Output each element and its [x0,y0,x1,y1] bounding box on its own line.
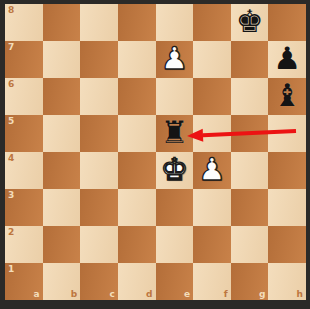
square-e2[interactable] [156,226,194,263]
square-g2[interactable] [231,226,269,263]
black-bishop[interactable]: ♝ [273,80,301,111]
square-f4[interactable]: ♟ [193,152,231,189]
square-d5[interactable] [118,115,156,152]
square-c5[interactable] [80,115,118,152]
file-label-g: g [259,289,265,299]
rank-label-3: 3 [8,190,14,200]
square-h7[interactable]: ♟ [268,41,306,78]
rank-label-7: 7 [8,42,14,52]
square-h2[interactable] [268,226,306,263]
square-a5[interactable]: 5 [5,115,43,152]
white-pawn[interactable]: ♟ [198,154,226,185]
square-e5[interactable]: ♜ [156,115,194,152]
file-label-e: e [184,289,190,299]
square-a1[interactable]: 1a [5,263,43,300]
square-d2[interactable] [118,226,156,263]
square-a8[interactable]: 8 [5,4,43,41]
square-e7[interactable]: ♟ [156,41,194,78]
square-a7[interactable]: 7 [5,41,43,78]
square-c8[interactable] [80,4,118,41]
square-g4[interactable] [231,152,269,189]
square-b6[interactable] [43,78,81,115]
square-h1[interactable]: h [268,263,306,300]
square-h5[interactable] [268,115,306,152]
black-rook[interactable]: ♜ [160,117,188,148]
square-g1[interactable]: g [231,263,269,300]
square-c4[interactable] [80,152,118,189]
square-b3[interactable] [43,189,81,226]
square-e4[interactable]: ♚ [156,152,194,189]
square-d4[interactable] [118,152,156,189]
black-king[interactable]: ♚ [236,6,264,37]
square-c1[interactable]: c [80,263,118,300]
square-f6[interactable] [193,78,231,115]
chess-board: 8♚7♟♟6♝5♜4♚♟321abcdefgh [5,4,306,300]
square-h3[interactable] [268,189,306,226]
square-d7[interactable] [118,41,156,78]
square-d3[interactable] [118,189,156,226]
rank-label-4: 4 [8,153,14,163]
square-e8[interactable] [156,4,194,41]
square-b8[interactable] [43,4,81,41]
square-b5[interactable] [43,115,81,152]
file-label-b: b [71,289,77,299]
square-a6[interactable]: 6 [5,78,43,115]
square-b4[interactable] [43,152,81,189]
square-a4[interactable]: 4 [5,152,43,189]
square-c3[interactable] [80,189,118,226]
file-label-d: d [146,289,152,299]
square-h4[interactable] [268,152,306,189]
square-c6[interactable] [80,78,118,115]
square-g5[interactable] [231,115,269,152]
square-a2[interactable]: 2 [5,226,43,263]
square-f1[interactable]: f [193,263,231,300]
white-king[interactable]: ♚ [160,154,188,185]
square-c2[interactable] [80,226,118,263]
square-g3[interactable] [231,189,269,226]
square-e6[interactable] [156,78,194,115]
square-a3[interactable]: 3 [5,189,43,226]
square-e1[interactable]: e [156,263,194,300]
rank-label-5: 5 [8,116,14,126]
board-frame: 8♚7♟♟6♝5♜4♚♟321abcdefgh [0,0,310,309]
square-h6[interactable]: ♝ [268,78,306,115]
square-d8[interactable] [118,4,156,41]
square-g6[interactable] [231,78,269,115]
square-d1[interactable]: d [118,263,156,300]
file-label-a: a [34,289,40,299]
square-b1[interactable]: b [43,263,81,300]
rank-label-1: 1 [8,264,14,274]
square-b2[interactable] [43,226,81,263]
square-f7[interactable] [193,41,231,78]
white-pawn[interactable]: ♟ [160,43,188,74]
square-d6[interactable] [118,78,156,115]
rank-label-2: 2 [8,227,14,237]
square-b7[interactable] [43,41,81,78]
square-f3[interactable] [193,189,231,226]
square-c7[interactable] [80,41,118,78]
square-h8[interactable] [268,4,306,41]
square-g7[interactable] [231,41,269,78]
square-f5[interactable] [193,115,231,152]
file-label-f: f [224,289,228,299]
file-label-h: h [297,289,303,299]
square-e3[interactable] [156,189,194,226]
rank-label-6: 6 [8,79,14,89]
square-f8[interactable] [193,4,231,41]
black-pawn[interactable]: ♟ [273,43,301,74]
square-g8[interactable]: ♚ [231,4,269,41]
file-label-c: c [110,289,115,299]
square-f2[interactable] [193,226,231,263]
rank-label-8: 8 [8,5,14,15]
